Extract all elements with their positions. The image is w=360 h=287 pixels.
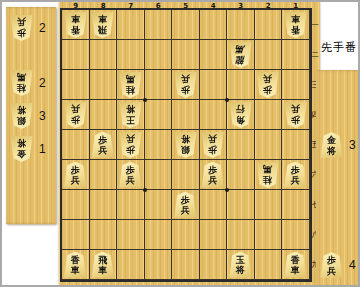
board-square-1九[interactable]: 香車	[282, 250, 310, 280]
piece-kanji: 歩兵	[290, 162, 300, 186]
board-square-8一[interactable]: 飛車	[90, 10, 118, 40]
sente-hand-gold[interactable]: 金将3	[320, 132, 356, 158]
piece-lance-sente[interactable]: 香車	[284, 252, 307, 278]
board-square-7九[interactable]	[117, 250, 145, 280]
board-square-8三[interactable]	[90, 70, 118, 100]
board-square-5八[interactable]	[172, 220, 200, 250]
board-square-4七[interactable]	[200, 190, 228, 220]
piece-gold-gote[interactable]: 金将	[10, 136, 33, 162]
hoshi-dot	[225, 98, 229, 102]
piece-kanji: 歩兵	[263, 74, 273, 98]
turn-indicator: 先手番	[316, 40, 360, 55]
piece-kanji: 香車	[70, 14, 80, 38]
board-square-1一[interactable]: 香車	[282, 10, 310, 40]
board-square-6一[interactable]	[145, 10, 173, 40]
gote-hand-pawn[interactable]: 歩兵2	[10, 15, 46, 41]
board-square-9八[interactable]	[62, 220, 90, 250]
piece-kanji: 香車	[290, 14, 300, 38]
piece-kanji: 歩兵	[98, 132, 108, 156]
board-square-7三[interactable]: 桂馬	[117, 70, 145, 100]
board-square-7七[interactable]	[117, 190, 145, 220]
sente-hand-pawn-count: 4	[349, 258, 356, 272]
board-square-1七[interactable]	[282, 190, 310, 220]
hoshi-dot	[225, 188, 229, 192]
board-square-5二[interactable]	[172, 40, 200, 70]
board-square-8六[interactable]	[90, 160, 118, 190]
piece-kanji: 歩兵	[125, 134, 135, 158]
board-square-1六[interactable]: 歩兵	[282, 160, 310, 190]
board-square-9一[interactable]: 香車	[62, 10, 90, 40]
piece-kanji: 金将	[17, 138, 27, 162]
piece-gold-sente[interactable]: 金将	[320, 132, 343, 158]
board-square-2三[interactable]: 歩兵	[255, 70, 283, 100]
piece-pawn-sente[interactable]: 歩兵	[201, 162, 224, 188]
piece-pawn-sente[interactable]: 歩兵	[119, 162, 142, 188]
piece-kanji: 玉将	[235, 252, 245, 276]
board-square-8七[interactable]	[90, 190, 118, 220]
hoshi-dot	[143, 98, 147, 102]
gote-hand-silver[interactable]: 銀将3	[10, 103, 46, 129]
board-square-4五[interactable]: 歩兵	[200, 130, 228, 160]
board-square-5一[interactable]	[172, 10, 200, 40]
piece-pawn-gote[interactable]: 歩兵	[256, 72, 279, 98]
board-square-7八[interactable]	[117, 220, 145, 250]
board-square-6四[interactable]	[145, 100, 173, 130]
piece-kanji: 飛車	[98, 252, 108, 276]
piece-pawn-gote[interactable]: 歩兵	[284, 102, 307, 128]
board-square-3五[interactable]	[227, 130, 255, 160]
piece-kanji: 歩兵	[290, 104, 300, 128]
hoshi-dot	[143, 188, 147, 192]
piece-kanji: 歩兵	[208, 162, 218, 186]
board-square-8八[interactable]	[90, 220, 118, 250]
gote-hand-knight-count: 2	[39, 76, 46, 90]
piece-kanji: 桂馬	[125, 74, 135, 98]
board-square-2七[interactable]	[255, 190, 283, 220]
board-square-8九[interactable]: 飛車	[90, 250, 118, 280]
board-square-6九[interactable]	[145, 250, 173, 280]
piece-kanji: 桂馬	[263, 164, 273, 188]
sente-hand-gold-count: 3	[349, 138, 356, 152]
board-square-4六[interactable]: 歩兵	[200, 160, 228, 190]
board-square-6六[interactable]	[145, 160, 173, 190]
piece-knight-gote[interactable]: 桂馬	[256, 162, 279, 188]
board-square-3七[interactable]	[227, 190, 255, 220]
board-square-6七[interactable]	[145, 190, 173, 220]
board-square-5七[interactable]: 歩兵	[172, 190, 200, 220]
board-square-1二[interactable]	[282, 40, 310, 70]
piece-kanji: 歩兵	[180, 74, 190, 98]
board-square-9四[interactable]: 歩兵	[62, 100, 90, 130]
board-square-1八[interactable]	[282, 220, 310, 250]
piece-kanji: 歩兵	[327, 252, 337, 276]
board-square-3一[interactable]	[227, 10, 255, 40]
board-square-5六[interactable]	[172, 160, 200, 190]
board-square-3九[interactable]: 玉将	[227, 250, 255, 280]
piece-rook-gote[interactable]: 飛車	[91, 12, 114, 38]
board-square-1三[interactable]	[282, 70, 310, 100]
board-square-8五[interactable]: 歩兵	[90, 130, 118, 160]
board-square-7五[interactable]: 歩兵	[117, 130, 145, 160]
board-square-9二[interactable]	[62, 40, 90, 70]
board-square-3四[interactable]: 角行	[227, 100, 255, 130]
piece-pawn-gote[interactable]: 歩兵	[64, 102, 87, 128]
board-square-7二[interactable]	[117, 40, 145, 70]
board-square-5九[interactable]	[172, 250, 200, 280]
piece-kanji: 角行	[235, 104, 245, 128]
piece-pawn-gote[interactable]: 歩兵	[119, 132, 142, 158]
piece-bishop-gote[interactable]: 角行	[229, 102, 252, 128]
piece-lance-gote[interactable]: 香車	[284, 12, 307, 38]
gote-hand-silver-count: 3	[39, 109, 46, 123]
piece-kanji: 飛車	[98, 14, 108, 38]
gote-hand-stand: 歩兵2桂馬2銀将3金将1	[6, 7, 56, 224]
piece-pawn-sente[interactable]: 歩兵	[64, 162, 87, 188]
board-square-6五[interactable]	[145, 130, 173, 160]
board-square-5四[interactable]	[172, 100, 200, 130]
piece-king-sente[interactable]: 玉将	[229, 252, 252, 278]
board-square-2九[interactable]	[255, 250, 283, 280]
piece-kanji: 歩兵	[125, 162, 135, 186]
gote-hand-gold-count: 1	[39, 142, 46, 156]
board-square-9五[interactable]	[62, 130, 90, 160]
board-square-5五[interactable]: 銀将	[172, 130, 200, 160]
board-square-3三[interactable]	[227, 70, 255, 100]
board-square-2四[interactable]	[255, 100, 283, 130]
shogi-app-window: 歩兵2桂馬2銀将3金将1 987654321 香車飛車香車龍馬桂馬歩兵歩兵歩兵王…	[0, 0, 360, 287]
board-square-7四[interactable]: 王将	[117, 100, 145, 130]
piece-kanji: 香車	[290, 252, 300, 276]
board-square-2二[interactable]	[255, 40, 283, 70]
piece-pawn-sente[interactable]: 歩兵	[91, 132, 114, 158]
piece-kanji: 桂馬	[17, 72, 27, 96]
board-square-9六[interactable]: 歩兵	[62, 160, 90, 190]
board-square-2六[interactable]: 桂馬	[255, 160, 283, 190]
board-square-4二[interactable]	[200, 40, 228, 70]
board-square-3六[interactable]	[227, 160, 255, 190]
board-square-9七[interactable]	[62, 190, 90, 220]
board-square-4八[interactable]	[200, 220, 228, 250]
piece-pawn-gote[interactable]: 歩兵	[10, 15, 33, 41]
gote-hand-gold[interactable]: 金将1	[10, 136, 46, 162]
board-square-9九[interactable]: 香車	[62, 250, 90, 280]
board-square-1五[interactable]	[282, 130, 310, 160]
board-square-5三[interactable]: 歩兵	[172, 70, 200, 100]
board-square-1四[interactable]: 歩兵	[282, 100, 310, 130]
piece-pawn-sente[interactable]: 歩兵	[174, 192, 197, 218]
rank-label-一: 一	[310, 10, 320, 40]
board-square-9三[interactable]	[62, 70, 90, 100]
piece-lance-sente[interactable]: 香車	[64, 252, 87, 278]
piece-promoted-bishop-gote[interactable]: 龍馬	[229, 42, 252, 68]
board-square-7六[interactable]: 歩兵	[117, 160, 145, 190]
piece-pawn-sente[interactable]: 歩兵	[320, 252, 343, 278]
board-square-3八[interactable]	[227, 220, 255, 250]
piece-king-gote[interactable]: 王将	[119, 102, 142, 128]
piece-knight-gote[interactable]: 桂馬	[10, 70, 33, 96]
sente-hand-pawn[interactable]: 歩兵4	[320, 252, 356, 278]
board-square-4四[interactable]	[200, 100, 228, 130]
piece-kanji: 歩兵	[70, 162, 80, 186]
piece-pawn-gote[interactable]: 歩兵	[201, 132, 224, 158]
piece-kanji: 銀将	[17, 105, 27, 129]
piece-kanji: 龍馬	[235, 44, 245, 68]
board-area: 987654321 香車飛車香車龍馬桂馬歩兵歩兵歩兵王将角行歩兵歩兵歩兵銀将歩兵…	[59, 2, 320, 285]
piece-silver-gote[interactable]: 銀将	[174, 132, 197, 158]
piece-kanji: 王将	[125, 104, 135, 128]
piece-kanji: 歩兵	[180, 192, 190, 216]
board-square-2八[interactable]	[255, 220, 283, 250]
board-square-4一[interactable]	[200, 10, 228, 40]
board-square-6二[interactable]	[145, 40, 173, 70]
piece-pawn-sente[interactable]: 歩兵	[284, 162, 307, 188]
piece-knight-gote[interactable]: 桂馬	[119, 72, 142, 98]
piece-kanji: 金将	[327, 132, 337, 156]
board-square-4三[interactable]	[200, 70, 228, 100]
piece-kanji: 香車	[70, 252, 80, 276]
gote-hand-knight[interactable]: 桂馬2	[10, 70, 46, 96]
gote-hand-pawn-count: 2	[39, 21, 46, 35]
board-square-3二[interactable]: 龍馬	[227, 40, 255, 70]
shogi-board: 香車飛車香車龍馬桂馬歩兵歩兵歩兵王将角行歩兵歩兵歩兵銀将歩兵歩兵歩兵歩兵桂馬歩兵…	[60, 8, 312, 282]
piece-lance-gote[interactable]: 香車	[64, 12, 87, 38]
board-square-2五[interactable]	[255, 130, 283, 160]
board-square-4九[interactable]	[200, 250, 228, 280]
board-square-7一[interactable]	[117, 10, 145, 40]
board-square-2一[interactable]	[255, 10, 283, 40]
sente-hand-stand: 金将3歩兵4	[316, 70, 360, 287]
board-square-8二[interactable]	[90, 40, 118, 70]
board-square-6三[interactable]	[145, 70, 173, 100]
piece-silver-gote[interactable]: 銀将	[10, 103, 33, 129]
board-square-8四[interactable]	[90, 100, 118, 130]
board-square-6八[interactable]	[145, 220, 173, 250]
piece-kanji: 歩兵	[70, 104, 80, 128]
piece-kanji: 歩兵	[17, 17, 27, 41]
piece-pawn-gote[interactable]: 歩兵	[174, 72, 197, 98]
piece-kanji: 銀将	[180, 134, 190, 158]
piece-kanji: 歩兵	[208, 134, 218, 158]
piece-rook-sente[interactable]: 飛車	[91, 252, 114, 278]
